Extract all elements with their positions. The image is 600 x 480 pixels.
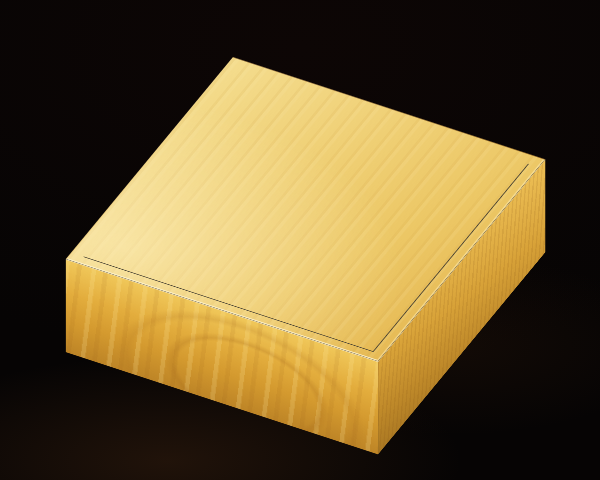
go-set-photo-scene <box>0 0 600 480</box>
